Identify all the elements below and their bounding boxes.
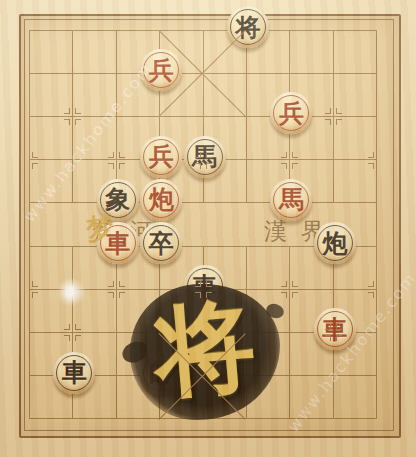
star-point-mark <box>292 281 298 287</box>
star-point-mark <box>108 292 114 298</box>
move-highlight-dot <box>56 277 86 307</box>
star-point-mark <box>368 152 374 158</box>
xiangqi-app: 楚河 漢界 将兵兵兵馬象炮馬車卒炮車車車帥 将 www.hackhome.com… <box>0 0 416 457</box>
star-point-mark <box>281 281 287 287</box>
board-cell <box>246 375 289 418</box>
star-point-mark <box>64 335 70 341</box>
piece-red-horse[interactable]: 馬 <box>270 179 312 221</box>
star-point-mark <box>195 163 201 169</box>
piece-red-soldier[interactable]: 兵 <box>140 49 182 91</box>
board-cell <box>289 375 332 418</box>
star-point-mark <box>368 292 374 298</box>
star-point-mark <box>281 292 287 298</box>
star-point-mark <box>206 152 212 158</box>
star-point-mark <box>195 152 201 158</box>
star-point-mark <box>206 281 212 287</box>
piece-red-soldier[interactable]: 兵 <box>140 136 182 178</box>
star-point-mark <box>64 108 70 114</box>
board-cell <box>246 332 289 375</box>
piece-red-chariot[interactable]: 車 <box>314 308 356 350</box>
piece-glyph: 車 <box>62 360 87 385</box>
star-point-mark <box>292 292 298 298</box>
piece-red-general[interactable]: 帥 <box>140 352 182 394</box>
star-point-mark <box>281 152 287 158</box>
piece-glyph: 炮 <box>149 187 174 212</box>
star-point-mark <box>292 163 298 169</box>
star-point-mark <box>206 163 212 169</box>
star-point-mark <box>325 335 331 341</box>
piece-glyph: 兵 <box>149 144 174 169</box>
piece-glyph: 卒 <box>149 231 174 256</box>
star-point-mark <box>368 163 374 169</box>
board-cell <box>333 30 376 73</box>
piece-glyph: 兵 <box>279 101 304 126</box>
star-point-mark <box>119 152 125 158</box>
star-point-mark <box>325 119 331 125</box>
star-point-mark <box>32 281 38 287</box>
piece-black-chariot[interactable]: 車 <box>184 265 226 307</box>
star-point-mark <box>32 163 38 169</box>
star-point-mark <box>75 119 81 125</box>
piece-glyph: 車 <box>105 231 130 256</box>
star-point-mark <box>195 292 201 298</box>
board-cell <box>72 30 115 73</box>
piece-black-horse[interactable]: 馬 <box>184 136 226 178</box>
star-point-mark <box>336 119 342 125</box>
star-point-mark <box>75 335 81 341</box>
star-point-mark <box>195 281 201 287</box>
star-point-mark <box>281 163 287 169</box>
star-point-mark <box>32 152 38 158</box>
star-point-mark <box>75 108 81 114</box>
star-point-mark <box>108 163 114 169</box>
star-point-mark <box>119 281 125 287</box>
star-point-mark <box>336 324 342 330</box>
star-point-mark <box>64 119 70 125</box>
piece-black-soldier[interactable]: 卒 <box>140 222 182 264</box>
star-point-mark <box>206 292 212 298</box>
river-cell <box>29 202 72 245</box>
piece-black-elephant[interactable]: 象 <box>97 179 139 221</box>
piece-glyph: 炮 <box>322 231 347 256</box>
piece-glyph: 兵 <box>149 58 174 83</box>
star-point-mark <box>325 324 331 330</box>
star-point-mark <box>119 163 125 169</box>
piece-red-soldier[interactable]: 兵 <box>270 92 312 134</box>
board-cell <box>203 375 246 418</box>
star-point-mark <box>75 324 81 330</box>
star-point-mark <box>336 335 342 341</box>
piece-glyph: 象 <box>105 187 130 212</box>
piece-red-chariot[interactable]: 車 <box>97 222 139 264</box>
star-point-mark <box>108 281 114 287</box>
star-point-mark <box>368 281 374 287</box>
board-cell <box>289 30 332 73</box>
piece-glyph: 帥 <box>149 360 174 385</box>
star-point-mark <box>108 152 114 158</box>
board-cell <box>29 30 72 73</box>
piece-glyph: 馬 <box>279 187 304 212</box>
star-point-mark <box>32 292 38 298</box>
star-point-mark <box>325 108 331 114</box>
star-point-mark <box>336 108 342 114</box>
piece-red-cannon[interactable]: 炮 <box>140 179 182 221</box>
star-point-mark <box>119 292 125 298</box>
star-point-mark <box>292 152 298 158</box>
piece-black-chariot[interactable]: 車 <box>53 352 95 394</box>
star-point-mark <box>64 324 70 330</box>
board-cell <box>333 375 376 418</box>
piece-black-cannon[interactable]: 炮 <box>314 222 356 264</box>
river-cell <box>203 202 246 245</box>
